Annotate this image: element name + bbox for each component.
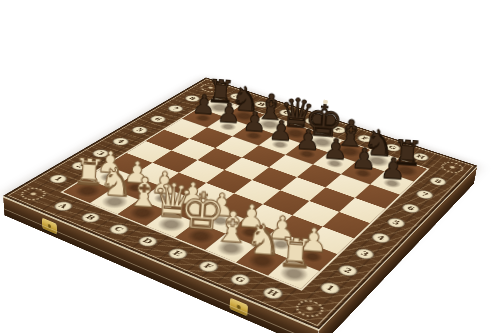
rank-label-6: 6 [147, 114, 169, 124]
file-label-B: B [77, 211, 103, 225]
brass-latch-left [42, 218, 57, 235]
corner-rosette [16, 185, 51, 202]
rank-label-5: 5 [129, 125, 151, 135]
rank-label-5: 5 [384, 216, 408, 229]
rank-label-7: 7 [414, 188, 437, 200]
file-label-H: H [259, 285, 286, 302]
file-label-F: F [195, 259, 222, 275]
file-label-C: C [105, 222, 131, 236]
rank-label-4: 4 [369, 231, 393, 245]
board-surface: AABBCCDDEEFFGGHH1122334455667788 ♜♞♝♛♚♝♞… [3, 77, 477, 329]
camera-tilt: AABBCCDDEEFFGGHH1122334455667788 ♜♞♝♛♚♝♞… [0, 0, 500, 333]
rank-label-1: 1 [317, 280, 344, 296]
rank-label-6: 6 [399, 202, 422, 215]
product-photo-scene: AABBCCDDEEFFGGHH1122334455667788 ♜♞♝♛♚♝♞… [0, 0, 500, 333]
brass-latch-right [230, 298, 249, 317]
rank-label-8: 8 [427, 175, 449, 187]
white-rook-glyph: ♜ [257, 231, 333, 276]
file-label-D: D [134, 234, 160, 249]
corner-rosette [291, 297, 328, 320]
chess-board: AABBCCDDEEFFGGHH1122334455667788 ♜♞♝♛♚♝♞… [3, 77, 477, 329]
file-label-A: A [50, 200, 76, 213]
file-label-E: E [164, 246, 191, 261]
rank-label-3: 3 [352, 246, 377, 261]
corner-rosette [438, 160, 467, 175]
file-label-G: G [226, 272, 253, 288]
rank-label-2: 2 [335, 263, 361, 278]
